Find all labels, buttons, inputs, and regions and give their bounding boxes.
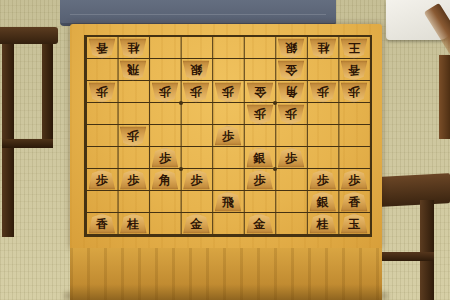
side-table-left-stretcher (2, 139, 53, 148)
piece-2c-p-white[interactable]: 歩 (309, 82, 336, 102)
piece-4c-g-white[interactable]: 金 (246, 82, 273, 102)
piece-9c-p-white[interactable]: 歩 (88, 82, 115, 102)
piece-1i-k-black[interactable]: 玉 (341, 214, 368, 234)
square-5h[interactable]: 飛 (212, 191, 244, 213)
square-4d[interactable]: 歩 (244, 103, 276, 125)
square-6d[interactable] (181, 103, 213, 125)
square-3c[interactable]: 角 (275, 81, 307, 103)
piece-9g-p-black[interactable]: 歩 (88, 170, 115, 190)
square-9b[interactable] (86, 59, 118, 81)
piece-1g-p-black[interactable]: 歩 (341, 170, 368, 190)
board-grid: 香桂銀桂王飛銀金香歩歩歩歩金角歩歩歩歩歩歩歩銀歩歩歩角歩歩歩歩飛銀香香桂金金桂玉 (84, 35, 372, 237)
square-5f[interactable] (212, 147, 244, 169)
board-surface: 香桂銀桂王飛銀金香歩歩歩歩金角歩歩歩歩歩歩歩銀歩歩歩角歩歩歩歩飛銀香香桂金金桂玉 (70, 24, 382, 248)
square-8a[interactable]: 桂 (118, 37, 150, 59)
square-9i[interactable]: 香 (86, 213, 118, 235)
square-5d[interactable] (212, 103, 244, 125)
square-3i[interactable] (275, 213, 307, 235)
piece-9i-l-black[interactable]: 香 (88, 214, 115, 234)
square-1h[interactable]: 香 (338, 191, 370, 213)
square-4e[interactable] (244, 125, 276, 147)
side-table-left-leg (42, 44, 53, 140)
side-table-left-top (0, 27, 58, 44)
piece-5h-r-black[interactable]: 飛 (214, 192, 241, 212)
square-8g[interactable]: 歩 (118, 169, 150, 191)
square-1a[interactable]: 王 (338, 37, 370, 59)
square-4a[interactable] (244, 37, 276, 59)
square-9h[interactable] (86, 191, 118, 213)
square-7g[interactable]: 角 (149, 169, 181, 191)
square-6g[interactable]: 歩 (181, 169, 213, 191)
piece-8a-n-white[interactable]: 桂 (120, 38, 147, 58)
piece-6c-p-white[interactable]: 歩 (183, 82, 210, 102)
square-1e[interactable] (338, 125, 370, 147)
piece-5c-p-white[interactable]: 歩 (214, 82, 241, 102)
square-2f[interactable] (307, 147, 339, 169)
square-8h[interactable] (118, 191, 150, 213)
side-table-right-leg (420, 200, 434, 300)
square-9e[interactable] (86, 125, 118, 147)
square-6f[interactable] (181, 147, 213, 169)
square-8d[interactable] (118, 103, 150, 125)
square-3b[interactable]: 金 (275, 59, 307, 81)
square-1d[interactable] (338, 103, 370, 125)
square-7f[interactable]: 歩 (149, 147, 181, 169)
piece-7f-p-black[interactable]: 歩 (151, 148, 178, 168)
square-6c[interactable]: 歩 (181, 81, 213, 103)
piece-4d-p-white[interactable]: 歩 (246, 104, 273, 124)
piece-1h-l-black[interactable]: 香 (341, 192, 368, 212)
piece-4i-g-black[interactable]: 金 (246, 214, 273, 234)
piece-9a-l-white[interactable]: 香 (88, 38, 115, 58)
square-3d[interactable]: 歩 (275, 103, 307, 125)
piece-3f-p-black[interactable]: 歩 (278, 148, 305, 168)
square-7c[interactable]: 歩 (149, 81, 181, 103)
square-7a[interactable] (149, 37, 181, 59)
piece-3d-p-white[interactable]: 歩 (278, 104, 305, 124)
square-8i[interactable]: 桂 (118, 213, 150, 235)
square-4b[interactable] (244, 59, 276, 81)
zabuton-cushion (60, 0, 336, 26)
square-4i[interactable]: 金 (244, 213, 276, 235)
square-8b[interactable]: 飛 (118, 59, 150, 81)
piece-3b-g-white[interactable]: 金 (278, 60, 305, 80)
square-2d[interactable] (307, 103, 339, 125)
square-2e[interactable] (307, 125, 339, 147)
square-6a[interactable] (181, 37, 213, 59)
stand-leg (439, 55, 450, 139)
square-5b[interactable] (212, 59, 244, 81)
square-7i[interactable] (149, 213, 181, 235)
piece-7g-b-black[interactable]: 角 (151, 170, 178, 190)
square-2i[interactable]: 桂 (307, 213, 339, 235)
piece-5e-p-black[interactable]: 歩 (214, 126, 241, 146)
piece-4f-s-black[interactable]: 銀 (246, 148, 273, 168)
square-4h[interactable] (244, 191, 276, 213)
square-6h[interactable] (181, 191, 213, 213)
piece-8b-r-white[interactable]: 飛 (120, 60, 147, 80)
square-3a[interactable]: 銀 (275, 37, 307, 59)
piece-2a-n-white[interactable]: 桂 (309, 38, 336, 58)
square-3g[interactable] (275, 169, 307, 191)
square-8f[interactable] (118, 147, 150, 169)
shogi-board: 香桂銀桂王飛銀金香歩歩歩歩金角歩歩歩歩歩歩歩銀歩歩歩角歩歩歩歩飛銀香香桂金金桂玉 (70, 24, 382, 300)
square-4f[interactable]: 銀 (244, 147, 276, 169)
square-1i[interactable]: 玉 (338, 213, 370, 235)
square-5g[interactable] (212, 169, 244, 191)
piece-8e-p-white[interactable]: 歩 (120, 126, 147, 146)
piece-4g-p-black[interactable]: 歩 (246, 170, 273, 190)
piece-8i-n-black[interactable]: 桂 (120, 214, 147, 234)
square-1c[interactable]: 歩 (338, 81, 370, 103)
square-7h[interactable] (149, 191, 181, 213)
side-table-left (0, 27, 64, 237)
square-5a[interactable] (212, 37, 244, 59)
piece-1c-p-white[interactable]: 歩 (341, 82, 368, 102)
square-4c[interactable]: 金 (244, 81, 276, 103)
square-1f[interactable] (338, 147, 370, 169)
cushion-seam (70, 14, 326, 15)
square-2b[interactable] (307, 59, 339, 81)
square-1b[interactable]: 香 (338, 59, 370, 81)
piece-3a-s-white[interactable]: 銀 (278, 38, 305, 58)
square-5e[interactable]: 歩 (212, 125, 244, 147)
piece-2g-p-black[interactable]: 歩 (309, 170, 336, 190)
square-6i[interactable]: 金 (181, 213, 213, 235)
square-5i[interactable] (212, 213, 244, 235)
square-8c[interactable] (118, 81, 150, 103)
square-7d[interactable] (149, 103, 181, 125)
square-4g[interactable]: 歩 (244, 169, 276, 191)
square-2c[interactable]: 歩 (307, 81, 339, 103)
square-9d[interactable] (86, 103, 118, 125)
piece-2h-s-black[interactable]: 銀 (309, 192, 336, 212)
shogi-room-scene: 香桂銀桂王飛銀金香歩歩歩歩金角歩歩歩歩歩歩歩銀歩歩歩角歩歩歩歩飛銀香香桂金金桂玉 (0, 0, 450, 300)
square-7e[interactable] (149, 125, 181, 147)
square-9c[interactable]: 歩 (86, 81, 118, 103)
square-9f[interactable] (86, 147, 118, 169)
square-1g[interactable]: 歩 (338, 169, 370, 191)
piece-6i-g-black[interactable]: 金 (183, 214, 210, 234)
square-5c[interactable]: 歩 (212, 81, 244, 103)
piece-7c-p-white[interactable]: 歩 (151, 82, 178, 102)
square-9a[interactable]: 香 (86, 37, 118, 59)
piece-6g-p-black[interactable]: 歩 (183, 170, 210, 190)
piece-2i-n-black[interactable]: 桂 (309, 214, 336, 234)
piece-8g-p-black[interactable]: 歩 (120, 170, 147, 190)
square-6b[interactable]: 銀 (181, 59, 213, 81)
board-front-face (70, 248, 382, 300)
piece-6b-s-white[interactable]: 銀 (183, 60, 210, 80)
square-2g[interactable]: 歩 (307, 169, 339, 191)
square-3e[interactable] (275, 125, 307, 147)
piece-3c-b-white[interactable]: 角 (278, 82, 305, 102)
square-2h[interactable]: 銀 (307, 191, 339, 213)
square-7b[interactable] (149, 59, 181, 81)
square-6e[interactable] (181, 125, 213, 147)
square-9g[interactable]: 歩 (86, 169, 118, 191)
square-2a[interactable]: 桂 (307, 37, 339, 59)
square-3f[interactable]: 歩 (275, 147, 307, 169)
piece-1a-k-white[interactable]: 王 (341, 38, 368, 58)
piece-1b-l-white[interactable]: 香 (341, 60, 368, 80)
square-3h[interactable] (275, 191, 307, 213)
square-8e[interactable]: 歩 (118, 125, 150, 147)
